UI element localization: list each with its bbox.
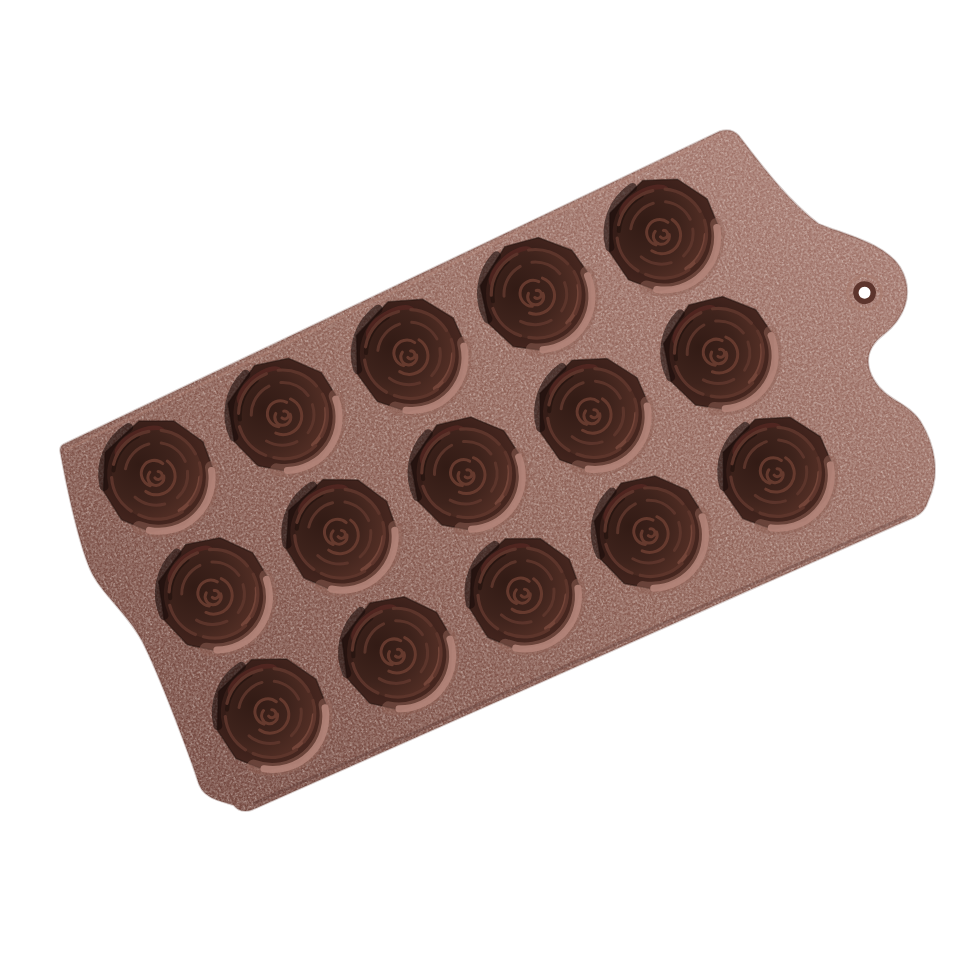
silicone-mold xyxy=(37,86,960,847)
chocolate-mold-photo xyxy=(0,0,960,960)
photo-canvas: Overhead product photo of a brown rose-s… xyxy=(0,0,960,960)
photo-figure: Overhead product photo of a brown rose-s… xyxy=(0,0,960,960)
